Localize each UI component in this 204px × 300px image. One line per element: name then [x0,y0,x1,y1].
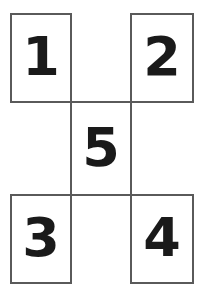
tile-2-number: 2 [143,30,181,84]
empty-cell-top-middle [72,13,132,103]
tile-3: 3 [10,194,72,284]
empty-cell-middle-right [132,103,194,194]
tile-4: 4 [132,194,194,284]
tile-5-number: 5 [82,121,120,175]
empty-cell-middle-left [10,103,72,194]
tile-5: 5 [72,103,132,194]
tile-3-number: 3 [22,211,60,265]
tile-1-number: 1 [22,30,60,84]
tile-2: 2 [132,13,194,103]
tile-4-number: 4 [143,211,181,265]
tile-1: 1 [10,13,72,103]
puzzle-grid: 1 2 5 3 4 [10,13,194,284]
puzzle-diagram: 1 2 5 3 4 [0,0,204,300]
empty-cell-bottom-middle [72,194,132,284]
